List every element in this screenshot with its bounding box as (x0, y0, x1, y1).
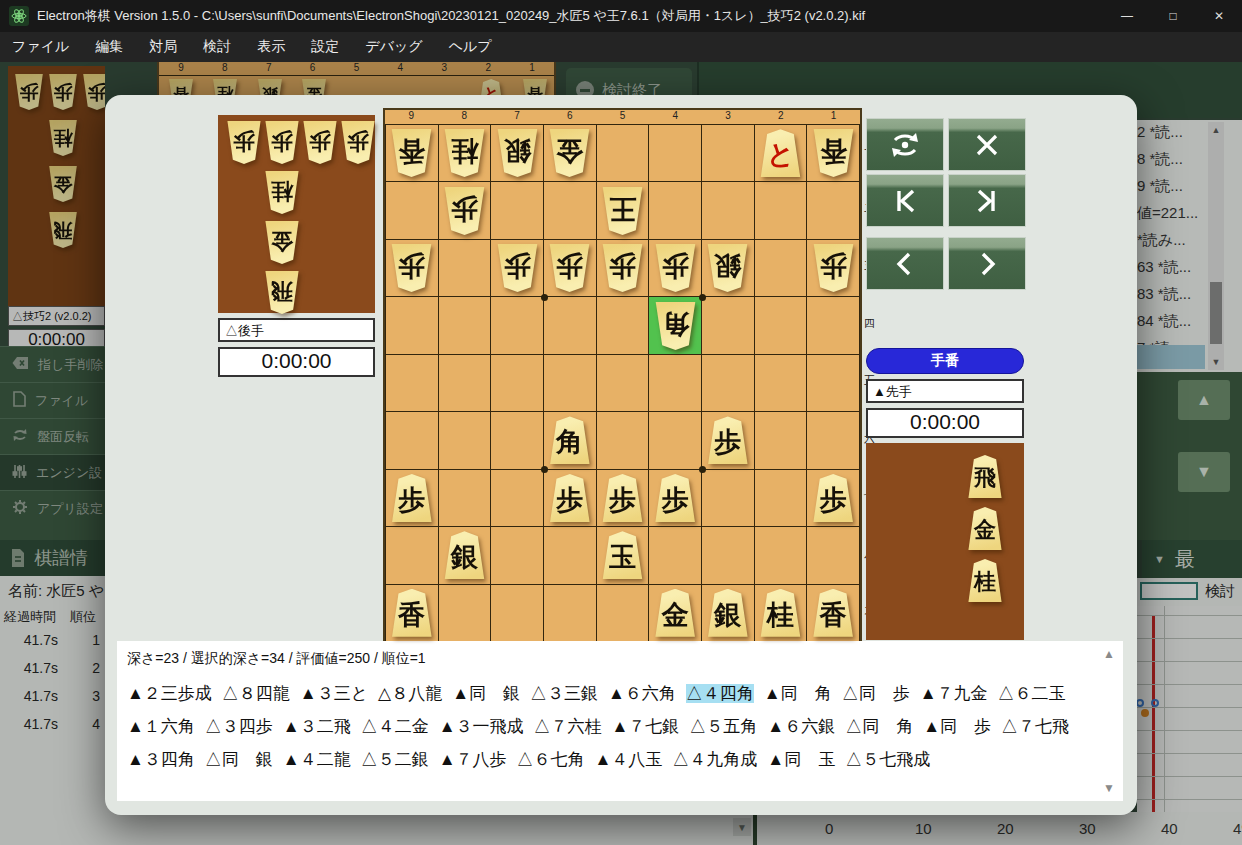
piece-glyph: 金 (548, 129, 591, 177)
board-cell-5六[interactable] (597, 412, 650, 469)
piece-glyph: 歩 (390, 244, 433, 292)
pv-move[interactable]: △４九角成 (672, 750, 757, 769)
piece-glyph: 歩 (390, 474, 433, 522)
board-cell-3一[interactable] (702, 125, 755, 182)
shogi-piece-歩: 歩 (601, 474, 644, 522)
forward-icon (970, 247, 1004, 281)
board-cell-6一[interactable]: 金 (544, 125, 597, 182)
board-cell-6八[interactable] (544, 527, 597, 584)
piece-glyph: 桂 (967, 559, 1003, 602)
board-grid: 香桂銀金と香歩王歩歩歩歩歩銀歩角角歩歩歩歩歩歩銀玉香金銀桂香 (385, 124, 860, 642)
board-cell-4一[interactable] (649, 125, 702, 182)
shogi-piece-香: 香 (390, 589, 433, 637)
board-cell-7五[interactable] (491, 355, 544, 412)
board-cell-1八[interactable] (807, 527, 860, 584)
column-label: 7 (491, 110, 544, 124)
go-start-button[interactable] (866, 174, 944, 227)
board-cell-8七[interactable] (439, 470, 492, 527)
board-cell-7一[interactable]: 銀 (491, 125, 544, 182)
board-cell-3九[interactable]: 銀 (702, 585, 755, 642)
board-column-labels: 987654321 (385, 110, 860, 124)
shogi-piece-玉: 玉 (601, 531, 644, 579)
board-cell-7二[interactable] (491, 182, 544, 239)
piece-glyph: 金 (654, 589, 697, 637)
shogi-piece-歩: 歩 (548, 474, 591, 522)
title-bar: Electron将棋 Version 1.5.0 - C:\Users\sunf… (0, 0, 1242, 32)
menu-item-6[interactable]: 設定 (311, 38, 339, 56)
piece-glyph: 歩 (496, 244, 539, 292)
piece-glyph: 歩 (706, 416, 749, 464)
shogi-piece-歩: 歩 (496, 244, 539, 292)
pv-move[interactable]: △３四歩 (205, 717, 273, 736)
star-point (699, 466, 706, 473)
flip-icon (887, 127, 923, 163)
board-cell-4八[interactable] (649, 527, 702, 584)
piece-glyph: 歩 (601, 244, 644, 292)
shogi-piece-歩: 歩 (443, 187, 486, 235)
board-cell-9三[interactable]: 歩 (386, 240, 439, 297)
piece-glyph: 歩 (340, 121, 376, 164)
menu-item-1[interactable]: ファイル (12, 38, 69, 56)
piece-glyph: 歩 (548, 474, 591, 522)
menu-item-8[interactable]: ヘルプ (449, 38, 492, 56)
shogi-piece-歩: 歩 (654, 474, 697, 522)
board-cell-5七[interactable]: 歩 (597, 470, 650, 527)
close-dialog-button[interactable] (948, 118, 1026, 171)
board-cell-3八[interactable] (702, 527, 755, 584)
pv-move[interactable]: ▲１六角 (127, 717, 195, 736)
shogi-piece-香: 香 (812, 129, 855, 177)
board-cell-1六[interactable] (807, 412, 860, 469)
board-cell-7三[interactable]: 歩 (491, 240, 544, 297)
menu-item-2[interactable]: 編集 (95, 38, 123, 56)
shogi-piece-歩[interactable]: 歩 (340, 121, 376, 164)
shogi-piece-歩: 歩 (601, 244, 644, 292)
position-dialog: 歩歩歩歩桂金飛 △後手 0:00:00 987654321 香桂銀金と香歩王歩歩… (105, 95, 1137, 815)
pv-move-list: ▲２三歩成△８四龍▲３三と△８八龍▲同 銀△３三銀▲６六角△４四角▲同 角△同 … (127, 677, 1089, 776)
board-cell-8六[interactable] (439, 412, 492, 469)
scroll-up-icon[interactable]: ▲ (1103, 647, 1115, 661)
shogi-piece-桂: 桂 (759, 589, 802, 637)
board-cell-3六[interactable]: 歩 (702, 412, 755, 469)
board-cell-9七[interactable]: 歩 (386, 470, 439, 527)
piece-glyph: 歩 (601, 474, 644, 522)
shogi-piece-歩[interactable]: 歩 (264, 121, 300, 164)
pv-move[interactable]: △４四角 (686, 684, 754, 703)
shogi-piece-銀: 銀 (706, 589, 749, 637)
shogi-piece-桂: 桂 (443, 129, 486, 177)
piece-glyph: 桂 (443, 129, 486, 177)
board-cell-8五[interactable] (439, 355, 492, 412)
piece-glyph: 歩 (812, 474, 855, 522)
piece-glyph: 香 (812, 129, 855, 177)
pv-move[interactable]: △７六桂 (533, 717, 601, 736)
pv-move[interactable]: △同 角 (845, 717, 913, 736)
board-cell-2六[interactable] (755, 412, 808, 469)
board-cell-6七[interactable]: 歩 (544, 470, 597, 527)
board-cell-1九[interactable]: 香 (807, 585, 860, 642)
window-title: Electron将棋 Version 1.5.0 - C:\Users\sunf… (37, 7, 865, 25)
pv-move[interactable]: △５七飛成 (845, 750, 930, 769)
shogi-piece-歩[interactable]: 歩 (302, 121, 338, 164)
shogi-piece-歩: 歩 (390, 474, 433, 522)
board-cell-6二[interactable] (544, 182, 597, 239)
board-cell-4四[interactable]: 角 (649, 297, 702, 354)
board-cell-8三[interactable] (439, 240, 492, 297)
column-label: 9 (385, 110, 438, 124)
menu-item-4[interactable]: 検討 (203, 38, 231, 56)
shogi-piece-歩: 歩 (812, 244, 855, 292)
piece-glyph: 金 (967, 507, 1003, 550)
sente-hand-stand: 飛金桂 (866, 443, 1024, 640)
gote-player-label: △後手 (218, 318, 375, 342)
board-cell-7七[interactable] (491, 470, 544, 527)
shogi-piece-角: 角 (548, 416, 591, 464)
board-cell-9一[interactable]: 香 (386, 125, 439, 182)
close-icon (970, 128, 1004, 162)
pv-move[interactable]: ▲同 歩 (923, 717, 991, 736)
shogi-piece-飛[interactable]: 飛 (967, 455, 1003, 498)
pv-move[interactable]: △６七角 (516, 750, 584, 769)
pv-move[interactable]: △５二銀 (361, 750, 429, 769)
board-cell-5二[interactable]: 王 (597, 182, 650, 239)
board-cell-8一[interactable]: 桂 (439, 125, 492, 182)
pv-move[interactable]: ▲同 角 (764, 684, 832, 703)
sente-player-label: ▲先手 (866, 379, 1024, 403)
board-cell-5九[interactable] (597, 585, 650, 642)
board-cell-2八[interactable] (755, 527, 808, 584)
board-cell-7九[interactable] (491, 585, 544, 642)
piece-glyph: 歩 (443, 187, 486, 235)
board-cell-6六[interactable]: 角 (544, 412, 597, 469)
scroll-down-icon[interactable]: ▼ (1103, 781, 1115, 795)
piece-glyph: 玉 (601, 531, 644, 579)
pv-move[interactable]: ▲同 玉 (767, 750, 835, 769)
shogi-piece-歩: 歩 (548, 244, 591, 292)
shogi-piece-歩: 歩 (812, 474, 855, 522)
maximize-button[interactable]: □ (1150, 0, 1196, 32)
gote-hand-stand: 歩歩歩歩桂金飛 (218, 115, 375, 313)
shogi-piece-歩: 歩 (654, 244, 697, 292)
piece-glyph: 歩 (226, 121, 262, 164)
piece-glyph: 香 (390, 129, 433, 177)
sente-clock: 0:00:00 (866, 408, 1024, 438)
back-button[interactable] (866, 237, 944, 290)
piece-glyph: 飛 (264, 271, 300, 314)
menu-item-3[interactable]: 対局 (149, 38, 177, 56)
shogi-piece-桂[interactable]: 桂 (967, 559, 1003, 602)
piece-glyph: 香 (390, 589, 433, 637)
board-cell-4三[interactable]: 歩 (649, 240, 702, 297)
column-label: 4 (649, 110, 702, 124)
board-cell-8九[interactable] (439, 585, 492, 642)
board-cell-6九[interactable] (544, 585, 597, 642)
board-cell-5三[interactable]: 歩 (597, 240, 650, 297)
pv-move[interactable]: ▲３二飛 (283, 717, 351, 736)
piece-glyph: 香 (812, 589, 855, 637)
shogi-piece-角: 角 (654, 302, 697, 350)
board-cell-1一[interactable]: 香 (807, 125, 860, 182)
board-cell-1七[interactable]: 歩 (807, 470, 860, 527)
piece-glyph: 銀 (443, 531, 486, 579)
board-cell-5一[interactable] (597, 125, 650, 182)
board-cell-7八[interactable] (491, 527, 544, 584)
board-cell-5四[interactable] (597, 297, 650, 354)
app-window: Electron将棋 Version 1.5.0 - C:\Users\sunf… (0, 0, 1242, 845)
piece-glyph: 歩 (654, 474, 697, 522)
pv-move[interactable]: ▲３四角 (127, 750, 195, 769)
piece-glyph: 歩 (548, 244, 591, 292)
pv-move[interactable]: ▲７八歩 (439, 750, 507, 769)
piece-glyph: 桂 (264, 171, 300, 214)
board-cell-3五[interactable] (702, 355, 755, 412)
back-icon (888, 247, 922, 281)
pv-move[interactable]: △３三銀 (530, 684, 598, 703)
board-cell-5八[interactable]: 玉 (597, 527, 650, 584)
shogi-piece-金[interactable]: 金 (967, 507, 1003, 550)
piece-glyph: 王 (601, 187, 644, 235)
board-cell-8八[interactable]: 銀 (439, 527, 492, 584)
pv-move[interactable]: ▲７九金 (920, 684, 988, 703)
board-cell-2五[interactable] (755, 355, 808, 412)
board-cell-1三[interactable]: 歩 (807, 240, 860, 297)
pv-move[interactable]: △６二玉 (997, 684, 1065, 703)
board-cell-3七[interactable] (702, 470, 755, 527)
board-cell-6四[interactable] (544, 297, 597, 354)
board-cell-1五[interactable] (807, 355, 860, 412)
piece-glyph: 歩 (264, 121, 300, 164)
board-cell-3三[interactable]: 銀 (702, 240, 755, 297)
piece-glyph: 銀 (706, 589, 749, 637)
pv-move[interactable]: ▲同 銀 (452, 684, 520, 703)
board-cell-4六[interactable] (649, 412, 702, 469)
menu-bar: ファイル編集対局検討表示設定デバッグヘルプ (0, 32, 1242, 62)
pv-move[interactable]: △８四龍 (222, 684, 290, 703)
pv-move[interactable]: ▲７七銀 (611, 717, 679, 736)
piece-glyph: 歩 (302, 121, 338, 164)
menu-item-7[interactable]: デバッグ (365, 38, 422, 56)
board-cell-6五[interactable] (544, 355, 597, 412)
pv-move[interactable]: ▲４八玉 (594, 750, 662, 769)
board-cell-8四[interactable] (439, 297, 492, 354)
shogi-piece-と: と (759, 129, 802, 177)
piece-glyph: 金 (264, 221, 300, 264)
pv-move[interactable]: △８八龍 (378, 684, 442, 703)
column-label: 2 (754, 110, 807, 124)
pv-move[interactable]: △５五角 (689, 717, 757, 736)
shogi-piece-歩: 歩 (706, 416, 749, 464)
column-label: 3 (702, 110, 755, 124)
column-label: 1 (807, 110, 860, 124)
shogi-piece-王: 王 (601, 187, 644, 235)
board-cell-9六[interactable] (386, 412, 439, 469)
shogi-piece-金[interactable]: 金 (264, 221, 300, 264)
star-point (541, 466, 548, 473)
board-cell-2七[interactable] (755, 470, 808, 527)
forward-button[interactable] (948, 237, 1026, 290)
shogi-piece-桂[interactable]: 桂 (264, 171, 300, 214)
board-cell-4九[interactable]: 金 (649, 585, 702, 642)
board-cell-6三[interactable]: 歩 (544, 240, 597, 297)
close-window-button[interactable]: ✕ (1196, 0, 1242, 32)
pv-move[interactable]: △同 銀 (205, 750, 273, 769)
pv-move[interactable]: △４二金 (361, 717, 429, 736)
gote-clock: 0:00:00 (218, 347, 375, 377)
board-cell-3四[interactable] (702, 297, 755, 354)
shogi-piece-金: 金 (654, 589, 697, 637)
board-cell-4五[interactable] (649, 355, 702, 412)
board-cell-1四[interactable] (807, 297, 860, 354)
pv-move[interactable]: ▲６六銀 (767, 717, 835, 736)
app-icon (9, 6, 29, 26)
piece-glyph: 角 (654, 302, 697, 350)
piece-glyph: 銀 (496, 129, 539, 177)
pv-info-line: 深さ=23 / 選択的深さ=34 / 評価値=250 / 順位=1 (127, 650, 1089, 668)
turn-badge: 手番 (866, 348, 1024, 374)
column-label: 6 (543, 110, 596, 124)
board-cell-8二[interactable]: 歩 (439, 182, 492, 239)
go-start-icon (888, 184, 922, 218)
shogi-piece-飛[interactable]: 飛 (264, 271, 300, 314)
shogi-piece-歩: 歩 (390, 244, 433, 292)
menu-item-5[interactable]: 表示 (257, 38, 285, 56)
pv-move[interactable]: ▲６六角 (608, 684, 676, 703)
flip-board-button[interactable] (866, 118, 944, 171)
pv-move[interactable]: ▲２三歩成 (127, 684, 212, 703)
shogi-piece-香: 香 (812, 589, 855, 637)
pv-move[interactable]: ▲３三と (300, 684, 368, 703)
shogi-piece-銀: 銀 (443, 531, 486, 579)
piece-glyph: 飛 (967, 455, 1003, 498)
pv-move[interactable]: △同 歩 (842, 684, 910, 703)
shogi-piece-歩[interactable]: 歩 (226, 121, 262, 164)
board-cell-9八[interactable] (386, 527, 439, 584)
board-cell-7六[interactable] (491, 412, 544, 469)
board-cell-1二[interactable] (807, 182, 860, 239)
star-point (699, 294, 706, 301)
board-cell-2四[interactable] (755, 297, 808, 354)
board-cell-3二[interactable] (702, 182, 755, 239)
pv-move[interactable]: △７七飛 (1001, 717, 1069, 736)
board-cell-2一[interactable]: と (755, 125, 808, 182)
board-cell-9二[interactable] (386, 182, 439, 239)
board-cell-2二[interactable] (755, 182, 808, 239)
piece-glyph: と (759, 129, 802, 177)
shogi-board: 987654321 香桂銀金と香歩王歩歩歩歩歩銀歩角角歩歩歩歩歩歩銀玉香金銀桂香 (383, 108, 862, 644)
board-cell-9五[interactable] (386, 355, 439, 412)
pv-move[interactable]: ▲４二龍 (283, 750, 351, 769)
board-cell-9四[interactable] (386, 297, 439, 354)
piece-glyph: 歩 (654, 244, 697, 292)
star-point (541, 294, 548, 301)
board-cell-9九[interactable]: 香 (386, 585, 439, 642)
row-label: 四 (864, 295, 876, 353)
column-label: 5 (596, 110, 649, 124)
shogi-piece-香: 香 (390, 129, 433, 177)
board-cell-7四[interactable] (491, 297, 544, 354)
column-label: 8 (438, 110, 491, 124)
board-cell-2九[interactable]: 桂 (755, 585, 808, 642)
board-cell-4七[interactable]: 歩 (649, 470, 702, 527)
board-cell-2三[interactable] (755, 240, 808, 297)
shogi-piece-銀: 銀 (496, 129, 539, 177)
pv-move[interactable]: ▲３一飛成 (439, 717, 524, 736)
shogi-piece-金: 金 (548, 129, 591, 177)
piece-glyph: 銀 (706, 244, 749, 292)
shogi-piece-銀: 銀 (706, 244, 749, 292)
board-cell-4二[interactable] (649, 182, 702, 239)
piece-glyph: 桂 (759, 589, 802, 637)
go-end-button[interactable] (948, 174, 1026, 227)
analysis-text-box[interactable]: 深さ=23 / 選択的深さ=34 / 評価値=250 / 順位=1 ▲２三歩成△… (117, 641, 1123, 801)
piece-glyph: 角 (548, 416, 591, 464)
board-cell-5五[interactable] (597, 355, 650, 412)
piece-glyph: 歩 (812, 244, 855, 292)
minimize-button[interactable]: — (1104, 0, 1150, 32)
go-end-icon (970, 184, 1004, 218)
